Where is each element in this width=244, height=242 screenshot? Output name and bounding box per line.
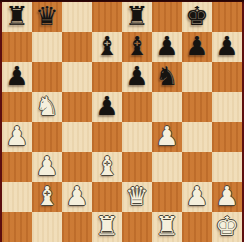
- piece-white-pawn[interactable]: ♟: [62, 182, 92, 212]
- square-d3[interactable]: ♝: [92, 152, 122, 182]
- square-g5[interactable]: [182, 92, 212, 122]
- square-b3[interactable]: ♟: [32, 152, 62, 182]
- square-a2[interactable]: [2, 182, 32, 212]
- square-h2[interactable]: ♟: [212, 182, 242, 212]
- square-h5[interactable]: [212, 92, 242, 122]
- square-b8[interactable]: ♛: [32, 2, 62, 32]
- square-c4[interactable]: [62, 122, 92, 152]
- square-g3[interactable]: [182, 152, 212, 182]
- square-c6[interactable]: [62, 62, 92, 92]
- square-e5[interactable]: [122, 92, 152, 122]
- chess-board: ♜♛♜♚♝♝♟♟♟♟♟♞♞♟♟♟♟♝♝♟♛♟♟♜♜♚: [0, 0, 244, 242]
- piece-black-pawn[interactable]: ♟: [152, 32, 182, 62]
- square-b2[interactable]: ♝: [32, 182, 62, 212]
- piece-black-bishop[interactable]: ♝: [92, 32, 122, 62]
- piece-white-pawn[interactable]: ♟: [152, 122, 182, 152]
- square-g6[interactable]: [182, 62, 212, 92]
- square-c5[interactable]: [62, 92, 92, 122]
- square-h3[interactable]: [212, 152, 242, 182]
- square-d1[interactable]: ♜: [92, 212, 122, 242]
- square-b6[interactable]: [32, 62, 62, 92]
- square-f3[interactable]: [152, 152, 182, 182]
- square-h7[interactable]: ♟: [212, 32, 242, 62]
- square-f4[interactable]: ♟: [152, 122, 182, 152]
- piece-black-queen[interactable]: ♛: [32, 2, 62, 32]
- square-d4[interactable]: [92, 122, 122, 152]
- square-f5[interactable]: [152, 92, 182, 122]
- piece-black-king[interactable]: ♚: [182, 2, 212, 32]
- piece-white-knight[interactable]: ♞: [32, 92, 62, 122]
- piece-white-pawn[interactable]: ♟: [212, 182, 242, 212]
- square-d5[interactable]: ♟: [92, 92, 122, 122]
- square-a1[interactable]: [2, 212, 32, 242]
- square-b7[interactable]: [32, 32, 62, 62]
- piece-white-queen[interactable]: ♛: [122, 182, 152, 212]
- piece-black-pawn[interactable]: ♟: [212, 32, 242, 62]
- board-grid: ♜♛♜♚♝♝♟♟♟♟♟♞♞♟♟♟♟♝♝♟♛♟♟♜♜♚: [2, 2, 242, 242]
- square-h8[interactable]: [212, 2, 242, 32]
- square-d6[interactable]: [92, 62, 122, 92]
- square-d7[interactable]: ♝: [92, 32, 122, 62]
- square-d8[interactable]: [92, 2, 122, 32]
- piece-black-knight[interactable]: ♞: [152, 62, 182, 92]
- square-f2[interactable]: [152, 182, 182, 212]
- square-a3[interactable]: [2, 152, 32, 182]
- square-g4[interactable]: [182, 122, 212, 152]
- square-e4[interactable]: [122, 122, 152, 152]
- square-b4[interactable]: [32, 122, 62, 152]
- square-e7[interactable]: ♝: [122, 32, 152, 62]
- square-a6[interactable]: ♟: [2, 62, 32, 92]
- square-c3[interactable]: [62, 152, 92, 182]
- piece-black-pawn[interactable]: ♟: [182, 32, 212, 62]
- square-b1[interactable]: [32, 212, 62, 242]
- piece-white-pawn[interactable]: ♟: [32, 152, 62, 182]
- piece-black-rook[interactable]: ♜: [2, 2, 32, 32]
- piece-white-rook[interactable]: ♜: [92, 212, 122, 242]
- square-h4[interactable]: [212, 122, 242, 152]
- square-c1[interactable]: [62, 212, 92, 242]
- square-b5[interactable]: ♞: [32, 92, 62, 122]
- square-f7[interactable]: ♟: [152, 32, 182, 62]
- piece-black-pawn[interactable]: ♟: [92, 92, 122, 122]
- square-a4[interactable]: ♟: [2, 122, 32, 152]
- square-c8[interactable]: [62, 2, 92, 32]
- square-f1[interactable]: ♜: [152, 212, 182, 242]
- square-c7[interactable]: [62, 32, 92, 62]
- piece-black-rook[interactable]: ♜: [122, 2, 152, 32]
- piece-white-pawn[interactable]: ♟: [2, 122, 32, 152]
- piece-black-pawn[interactable]: ♟: [122, 62, 152, 92]
- square-e6[interactable]: ♟: [122, 62, 152, 92]
- square-f8[interactable]: [152, 2, 182, 32]
- piece-white-pawn[interactable]: ♟: [182, 182, 212, 212]
- piece-black-bishop[interactable]: ♝: [122, 32, 152, 62]
- piece-white-king[interactable]: ♚: [212, 212, 242, 242]
- piece-white-bishop[interactable]: ♝: [92, 152, 122, 182]
- square-g8[interactable]: ♚: [182, 2, 212, 32]
- square-g1[interactable]: [182, 212, 212, 242]
- piece-black-pawn[interactable]: ♟: [2, 62, 32, 92]
- square-e2[interactable]: ♛: [122, 182, 152, 212]
- piece-white-rook[interactable]: ♜: [152, 212, 182, 242]
- square-e1[interactable]: [122, 212, 152, 242]
- square-a8[interactable]: ♜: [2, 2, 32, 32]
- square-e3[interactable]: [122, 152, 152, 182]
- square-e8[interactable]: ♜: [122, 2, 152, 32]
- square-a7[interactable]: [2, 32, 32, 62]
- square-d2[interactable]: [92, 182, 122, 212]
- square-h6[interactable]: [212, 62, 242, 92]
- piece-white-bishop[interactable]: ♝: [32, 182, 62, 212]
- square-g2[interactable]: ♟: [182, 182, 212, 212]
- square-c2[interactable]: ♟: [62, 182, 92, 212]
- square-f6[interactable]: ♞: [152, 62, 182, 92]
- square-g7[interactable]: ♟: [182, 32, 212, 62]
- square-a5[interactable]: [2, 92, 32, 122]
- square-h1[interactable]: ♚: [212, 212, 242, 242]
